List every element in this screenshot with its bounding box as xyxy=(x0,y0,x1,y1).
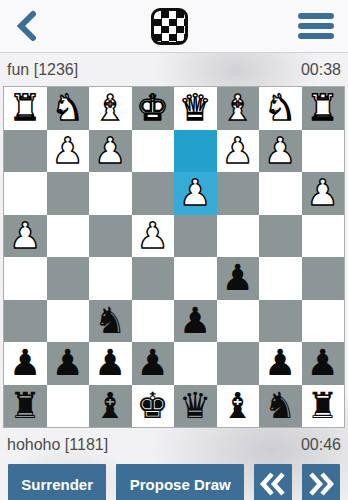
square-d7[interactable] xyxy=(174,342,217,385)
square-b5[interactable] xyxy=(259,257,302,300)
opponent-bar: fun [1236] 00:38 xyxy=(0,53,348,86)
square-h5[interactable] xyxy=(4,257,47,300)
square-g4[interactable] xyxy=(47,215,90,258)
square-e2[interactable] xyxy=(132,130,175,173)
square-a7[interactable]: ♟ xyxy=(302,342,345,385)
square-b1[interactable]: ♞ xyxy=(259,87,302,130)
square-a2[interactable] xyxy=(302,130,345,173)
square-h8[interactable]: ♜ xyxy=(4,385,47,428)
black-pawn: ♟ xyxy=(259,342,302,385)
black-pawn: ♟ xyxy=(132,342,175,385)
checkerboard-logo-icon xyxy=(151,8,188,45)
square-d8[interactable]: ♛ xyxy=(174,385,217,428)
square-h1[interactable]: ♜ xyxy=(4,87,47,130)
square-f6[interactable]: ♞ xyxy=(89,300,132,343)
black-bishop: ♝ xyxy=(217,385,260,428)
square-b2[interactable]: ♟ xyxy=(259,130,302,173)
square-a4[interactable] xyxy=(302,215,345,258)
square-f1[interactable]: ♝ xyxy=(89,87,132,130)
square-d6[interactable]: ♟ xyxy=(174,300,217,343)
square-f5[interactable] xyxy=(89,257,132,300)
back-button[interactable] xyxy=(14,9,40,43)
square-g8[interactable] xyxy=(47,385,90,428)
black-pawn: ♟ xyxy=(47,342,90,385)
square-g3[interactable] xyxy=(47,172,90,215)
chess-board: ♜♞♝♚♛♝♞♜♟♟♟♟♟♟♟♟♟♞♟♟♟♟♟♟♟♜♝♚♛♝♞♜ xyxy=(3,86,345,428)
square-f7[interactable]: ♟ xyxy=(89,342,132,385)
black-pawn: ♟ xyxy=(89,342,132,385)
square-h4[interactable]: ♟ xyxy=(4,215,47,258)
square-e7[interactable]: ♟ xyxy=(132,342,175,385)
black-pawn: ♟ xyxy=(4,342,47,385)
square-f2[interactable]: ♟ xyxy=(89,130,132,173)
square-c8[interactable]: ♝ xyxy=(217,385,260,428)
black-rook: ♜ xyxy=(302,385,345,428)
square-b6[interactable] xyxy=(259,300,302,343)
square-e6[interactable] xyxy=(132,300,175,343)
black-pawn: ♟ xyxy=(302,342,345,385)
square-f4[interactable] xyxy=(89,215,132,258)
square-c1[interactable]: ♝ xyxy=(217,87,260,130)
square-e8[interactable]: ♚ xyxy=(132,385,175,428)
white-queen: ♛ xyxy=(174,87,217,130)
white-rook: ♜ xyxy=(302,87,345,130)
player-name-rating: hohoho [1181] xyxy=(7,436,108,454)
square-e4[interactable]: ♟ xyxy=(132,215,175,258)
white-pawn: ♟ xyxy=(47,130,90,173)
black-knight: ♞ xyxy=(259,385,302,428)
propose-draw-button[interactable]: Propose Draw xyxy=(116,464,244,500)
top-app-bar xyxy=(0,0,348,53)
double-chevron-left-icon xyxy=(258,470,288,498)
square-c6[interactable] xyxy=(217,300,260,343)
white-bishop: ♝ xyxy=(217,87,260,130)
surrender-button[interactable]: Surrender xyxy=(8,464,106,500)
square-a5[interactable] xyxy=(302,257,345,300)
white-knight: ♞ xyxy=(259,87,302,130)
hamburger-icon xyxy=(298,13,334,39)
square-h3[interactable] xyxy=(4,172,47,215)
square-a3[interactable]: ♟ xyxy=(302,172,345,215)
rewind-button[interactable] xyxy=(254,464,292,500)
square-c2[interactable]: ♟ xyxy=(217,130,260,173)
square-d2[interactable] xyxy=(174,130,217,173)
square-g5[interactable] xyxy=(47,257,90,300)
square-c5[interactable]: ♟ xyxy=(217,257,260,300)
game-controls: Surrender Propose Draw xyxy=(0,461,348,500)
square-e1[interactable]: ♚ xyxy=(132,87,175,130)
black-pawn: ♟ xyxy=(217,257,260,300)
black-king: ♚ xyxy=(132,385,175,428)
black-bishop: ♝ xyxy=(89,385,132,428)
white-pawn: ♟ xyxy=(259,130,302,173)
white-pawn: ♟ xyxy=(217,130,260,173)
white-knight: ♞ xyxy=(47,87,90,130)
square-b4[interactable] xyxy=(259,215,302,258)
square-e3[interactable] xyxy=(132,172,175,215)
white-pawn: ♟ xyxy=(174,172,217,215)
black-rook: ♜ xyxy=(4,385,47,428)
square-d5[interactable] xyxy=(174,257,217,300)
double-chevron-right-icon xyxy=(306,470,336,498)
white-pawn: ♟ xyxy=(302,172,345,215)
square-f3[interactable] xyxy=(89,172,132,215)
white-bishop: ♝ xyxy=(89,87,132,130)
square-b7[interactable]: ♟ xyxy=(259,342,302,385)
white-pawn: ♟ xyxy=(4,215,47,258)
white-pawn: ♟ xyxy=(89,130,132,173)
square-a6[interactable] xyxy=(302,300,345,343)
square-g7[interactable]: ♟ xyxy=(47,342,90,385)
square-g2[interactable]: ♟ xyxy=(47,130,90,173)
white-king: ♚ xyxy=(132,87,175,130)
square-a1[interactable]: ♜ xyxy=(302,87,345,130)
opponent-clock: 00:38 xyxy=(301,61,341,79)
square-f8[interactable]: ♝ xyxy=(89,385,132,428)
square-a8[interactable]: ♜ xyxy=(302,385,345,428)
square-h6[interactable] xyxy=(4,300,47,343)
square-c3[interactable] xyxy=(217,172,260,215)
player-bar: hohoho [1181] 00:46 xyxy=(0,428,348,461)
square-g1[interactable]: ♞ xyxy=(47,87,90,130)
black-queen: ♛ xyxy=(174,385,217,428)
black-pawn: ♟ xyxy=(174,300,217,343)
square-d1[interactable]: ♛ xyxy=(174,87,217,130)
square-e5[interactable] xyxy=(132,257,175,300)
square-g6[interactable] xyxy=(47,300,90,343)
square-d4[interactable] xyxy=(174,215,217,258)
forward-button[interactable] xyxy=(302,464,340,500)
chevron-left-icon xyxy=(14,9,40,43)
player-clock: 00:46 xyxy=(301,436,341,454)
white-rook: ♜ xyxy=(4,87,47,130)
square-h2[interactable] xyxy=(4,130,47,173)
black-knight: ♞ xyxy=(89,300,132,343)
opponent-name-rating: fun [1236] xyxy=(7,61,78,79)
square-b8[interactable]: ♞ xyxy=(259,385,302,428)
square-d3[interactable]: ♟ xyxy=(174,172,217,215)
square-h7[interactable]: ♟ xyxy=(4,342,47,385)
square-b3[interactable] xyxy=(259,172,302,215)
square-c7[interactable] xyxy=(217,342,260,385)
square-c4[interactable] xyxy=(217,215,260,258)
menu-button[interactable] xyxy=(298,13,334,39)
white-pawn: ♟ xyxy=(132,215,175,258)
